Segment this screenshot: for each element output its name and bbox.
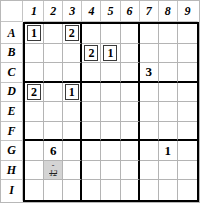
- cell-I9[interactable]: [178, 180, 197, 200]
- cell-A2[interactable]: [44, 24, 63, 44]
- pencil-mark-line: 12: [49, 170, 57, 178]
- cell-B2[interactable]: [44, 44, 63, 64]
- col-header-6: 6: [121, 1, 140, 21]
- cell-G9[interactable]: [178, 141, 197, 161]
- cell-B9[interactable]: [178, 44, 197, 64]
- row-headers: ABCDEFGHI: [1, 22, 23, 202]
- cell-D5[interactable]: [101, 83, 120, 103]
- cell-C8[interactable]: [159, 63, 178, 83]
- cell-I2[interactable]: [44, 180, 63, 200]
- cell-B3[interactable]: [63, 44, 82, 64]
- col-header-1: 1: [25, 1, 44, 21]
- cell-H8[interactable]: [159, 161, 178, 181]
- cell-A8[interactable]: [159, 24, 178, 44]
- cell-H5[interactable]: [101, 161, 120, 181]
- col-header-8: 8: [159, 1, 178, 21]
- cell-A4[interactable]: [82, 24, 101, 44]
- cell-F4[interactable]: [82, 122, 101, 142]
- cell-E6[interactable]: [121, 102, 140, 122]
- cell-H3[interactable]: [63, 161, 82, 181]
- cell-I6[interactable]: [121, 180, 140, 200]
- cell-A1[interactable]: 1: [25, 24, 44, 44]
- col-header-4: 4: [82, 1, 101, 21]
- row-header-D: D: [1, 83, 22, 103]
- cell-E3[interactable]: [63, 102, 82, 122]
- cell-A5[interactable]: [101, 24, 120, 44]
- cell-D7[interactable]: [140, 83, 159, 103]
- cell-H1[interactable]: [25, 161, 44, 181]
- cell-F9[interactable]: [178, 122, 197, 142]
- cell-F3[interactable]: [63, 122, 82, 142]
- cell-E9[interactable]: [178, 102, 197, 122]
- cell-D8[interactable]: [159, 83, 178, 103]
- cell-G3[interactable]: [63, 141, 82, 161]
- sudoku-grid: 122132161-12: [23, 22, 199, 202]
- cell-I7[interactable]: [140, 180, 159, 200]
- cell-A3[interactable]: 2: [63, 24, 82, 44]
- cell-C3[interactable]: [63, 63, 82, 83]
- given-digit: 1: [65, 84, 79, 100]
- cell-F2[interactable]: [44, 122, 63, 142]
- cell-C1[interactable]: [25, 63, 44, 83]
- cell-C9[interactable]: [178, 63, 197, 83]
- col-header-9: 9: [178, 1, 197, 21]
- cell-H9[interactable]: [178, 161, 197, 181]
- given-digit: 1: [27, 25, 41, 41]
- given-digit: 2: [65, 25, 79, 41]
- row-header-B: B: [1, 44, 22, 64]
- cell-G4[interactable]: [82, 141, 101, 161]
- col-header-3: 3: [63, 1, 82, 21]
- cell-B1[interactable]: [25, 44, 44, 64]
- cell-I1[interactable]: [25, 180, 44, 200]
- cell-F1[interactable]: [25, 122, 44, 142]
- cell-B6[interactable]: [121, 44, 140, 64]
- cell-F5[interactable]: [101, 122, 120, 142]
- cell-C7[interactable]: 3: [140, 63, 159, 83]
- cell-B5[interactable]: 1: [101, 44, 120, 64]
- cell-I3[interactable]: [63, 180, 82, 200]
- sudoku-board: 123456789 ABCDEFGHI 122132161-12: [0, 0, 200, 203]
- given-digit: 1: [103, 45, 117, 61]
- cell-G5[interactable]: [101, 141, 120, 161]
- cell-I4[interactable]: [82, 180, 101, 200]
- row-header-F: F: [1, 122, 22, 142]
- cell-F7[interactable]: [140, 122, 159, 142]
- row-header-H: H: [1, 161, 22, 181]
- cell-A9[interactable]: [178, 24, 197, 44]
- cell-B8[interactable]: [159, 44, 178, 64]
- given-digit: 2: [27, 84, 41, 100]
- cell-G2[interactable]: 6: [44, 141, 63, 161]
- cell-I5[interactable]: [101, 180, 120, 200]
- row-header-E: E: [1, 102, 22, 122]
- cell-B7[interactable]: [140, 44, 159, 64]
- cell-D2[interactable]: [44, 83, 63, 103]
- cell-C2[interactable]: [44, 63, 63, 83]
- cell-E4[interactable]: [82, 102, 101, 122]
- column-headers: 123456789: [23, 1, 199, 22]
- cell-B4[interactable]: 2: [82, 44, 101, 64]
- col-header-2: 2: [44, 1, 63, 21]
- cell-E5[interactable]: [101, 102, 120, 122]
- cell-H4[interactable]: [82, 161, 101, 181]
- cell-A6[interactable]: [121, 24, 140, 44]
- cell-E7[interactable]: [140, 102, 159, 122]
- cell-A7[interactable]: [140, 24, 159, 44]
- cell-H6[interactable]: [121, 161, 140, 181]
- cell-D1[interactable]: 2: [25, 83, 44, 103]
- cell-E8[interactable]: [159, 102, 178, 122]
- cell-G8[interactable]: 1: [159, 141, 178, 161]
- col-header-7: 7: [140, 1, 159, 21]
- corner-cell: [1, 1, 23, 22]
- cell-H7[interactable]: [140, 161, 159, 181]
- row-header-I: I: [1, 180, 22, 200]
- cell-C6[interactable]: [121, 63, 140, 83]
- row-header-A: A: [1, 24, 22, 44]
- cell-I8[interactable]: [159, 180, 178, 200]
- cell-H2[interactable]: -12: [44, 161, 63, 181]
- cell-C5[interactable]: [101, 63, 120, 83]
- given-digit: 2: [84, 45, 98, 61]
- cell-D4[interactable]: [82, 83, 101, 103]
- row-header-C: C: [1, 63, 22, 83]
- cell-G6[interactable]: [121, 141, 140, 161]
- cell-G1[interactable]: [25, 141, 44, 161]
- col-header-5: 5: [101, 1, 120, 21]
- cell-D6[interactable]: [121, 83, 140, 103]
- cell-G7[interactable]: [140, 141, 159, 161]
- cell-D3[interactable]: 1: [63, 83, 82, 103]
- cell-C4[interactable]: [82, 63, 101, 83]
- cell-E1[interactable]: [25, 102, 44, 122]
- row-header-G: G: [1, 141, 22, 161]
- cell-D9[interactable]: [178, 83, 197, 103]
- cell-F8[interactable]: [159, 122, 178, 142]
- cell-E2[interactable]: [44, 102, 63, 122]
- cell-F6[interactable]: [121, 122, 140, 142]
